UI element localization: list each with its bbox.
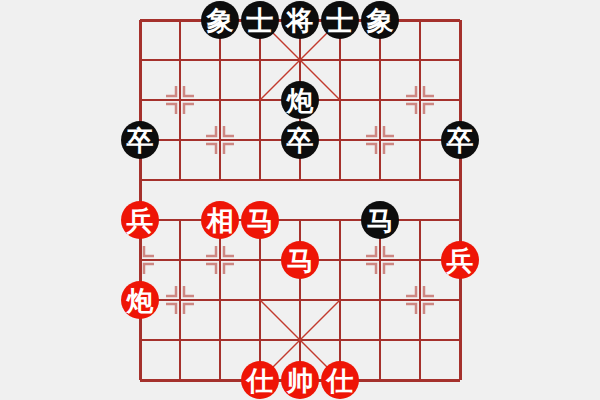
piece-black-horse[interactable]: 马 — [361, 201, 399, 239]
point-marker — [424, 286, 434, 296]
point-marker — [166, 104, 176, 114]
point-marker — [424, 304, 434, 314]
piece-red-pawn[interactable]: 兵 — [441, 241, 479, 279]
point-marker — [184, 286, 194, 296]
piece-red-horse[interactable]: 马 — [281, 241, 319, 279]
piece-black-pawn[interactable]: 卒 — [121, 121, 159, 159]
point-marker — [144, 246, 154, 256]
point-marker — [224, 246, 234, 256]
piece-black-advisor[interactable]: 士 — [321, 1, 359, 39]
point-marker — [384, 264, 394, 274]
point-marker — [206, 246, 216, 256]
piece-red-cannon[interactable]: 炮 — [121, 281, 159, 319]
piece-black-pawn[interactable]: 卒 — [441, 121, 479, 159]
piece-black-pawn[interactable]: 卒 — [281, 121, 319, 159]
piece-red-advisor[interactable]: 仕 — [321, 361, 359, 399]
piece-black-advisor[interactable]: 士 — [241, 1, 279, 39]
point-marker — [144, 264, 154, 274]
point-marker — [206, 144, 216, 154]
point-marker — [406, 86, 416, 96]
piece-black-general[interactable]: 将 — [281, 1, 319, 39]
piece-red-elephant[interactable]: 相 — [201, 201, 239, 239]
point-marker — [406, 104, 416, 114]
point-marker — [206, 264, 216, 274]
point-marker — [384, 126, 394, 136]
point-marker — [166, 304, 176, 314]
point-marker — [424, 104, 434, 114]
point-marker — [184, 104, 194, 114]
point-marker — [224, 144, 234, 154]
piece-black-elephant[interactable]: 象 — [201, 1, 239, 39]
xiangqi-board: 象士将士象炮卒卒卒马兵相马马兵炮仕帅仕 — [0, 0, 600, 400]
point-marker — [366, 126, 376, 136]
point-marker — [406, 286, 416, 296]
point-marker — [224, 264, 234, 274]
point-marker — [224, 126, 234, 136]
point-marker — [184, 86, 194, 96]
point-marker — [206, 126, 216, 136]
point-marker — [366, 144, 376, 154]
point-marker — [384, 144, 394, 154]
piece-black-elephant[interactable]: 象 — [361, 1, 399, 39]
piece-red-advisor[interactable]: 仕 — [241, 361, 279, 399]
board-grid — [0, 0, 600, 400]
piece-red-general[interactable]: 帅 — [281, 361, 319, 399]
point-marker — [384, 246, 394, 256]
point-marker — [166, 86, 176, 96]
point-marker — [166, 286, 176, 296]
piece-black-cannon[interactable]: 炮 — [281, 81, 319, 119]
point-marker — [184, 304, 194, 314]
point-marker — [424, 86, 434, 96]
point-marker — [366, 264, 376, 274]
point-marker — [406, 304, 416, 314]
piece-red-horse[interactable]: 马 — [241, 201, 279, 239]
piece-red-pawn[interactable]: 兵 — [121, 201, 159, 239]
point-marker — [366, 246, 376, 256]
